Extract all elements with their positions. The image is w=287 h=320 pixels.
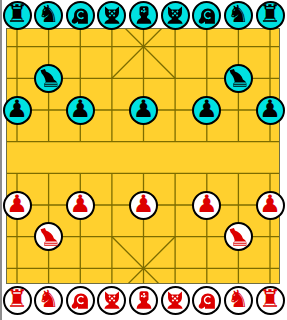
pawn-icon: ♟ <box>259 192 281 216</box>
piece-black-cannon[interactable] <box>224 64 253 93</box>
rook-icon: ♜ <box>259 2 281 26</box>
piece-black-rook[interactable]: ♜ <box>256 1 285 30</box>
pawn-icon: ♟ <box>69 192 91 216</box>
piece-red-rook[interactable]: ♜ <box>256 286 285 315</box>
pawn-icon: ♟ <box>133 192 155 216</box>
piece-black-knight[interactable]: ♞ <box>34 1 63 30</box>
piece-red-pawn[interactable]: ♟ <box>192 191 221 220</box>
rook-icon: ♜ <box>259 287 281 311</box>
king-icon <box>133 4 155 26</box>
piece-red-rook[interactable]: ♜ <box>3 286 32 315</box>
pawn-icon: ♟ <box>133 97 155 121</box>
advisor-icon <box>101 4 123 26</box>
knight-icon: ♞ <box>38 2 60 26</box>
piece-red-pawn[interactable]: ♟ <box>129 191 158 220</box>
pawn-icon: ♟ <box>259 97 281 121</box>
cannon-icon <box>227 226 249 248</box>
rook-icon: ♜ <box>6 287 28 311</box>
elephant-icon <box>196 4 218 26</box>
xiangqi-board-screen: ♜♞♞♜♟♟♟♟♟♟♟♟♟♟♜♞♞♜ <box>0 0 287 320</box>
pawn-icon: ♟ <box>6 192 28 216</box>
pawn-icon: ♟ <box>69 97 91 121</box>
piece-black-king[interactable] <box>129 1 158 30</box>
piece-black-pawn[interactable]: ♟ <box>66 96 95 125</box>
king-icon <box>133 289 155 311</box>
piece-black-pawn[interactable]: ♟ <box>129 96 158 125</box>
piece-black-elephant[interactable] <box>192 1 221 30</box>
piece-red-knight[interactable]: ♞ <box>224 286 253 315</box>
advisor-icon <box>164 4 186 26</box>
piece-red-knight[interactable]: ♞ <box>34 286 63 315</box>
piece-red-king[interactable] <box>129 286 158 315</box>
cannon-icon <box>38 226 60 248</box>
piece-red-cannon[interactable] <box>224 222 253 251</box>
piece-red-pawn[interactable]: ♟ <box>256 191 285 220</box>
rook-icon: ♜ <box>6 2 28 26</box>
pawn-icon: ♟ <box>196 97 218 121</box>
piece-black-pawn[interactable]: ♟ <box>3 96 32 125</box>
piece-red-elephant[interactable] <box>66 286 95 315</box>
advisor-icon <box>164 289 186 311</box>
elephant-icon <box>69 289 91 311</box>
piece-black-elephant[interactable] <box>66 1 95 30</box>
advisor-icon <box>101 289 123 311</box>
elephant-icon <box>69 4 91 26</box>
cannon-icon <box>38 67 60 89</box>
piece-red-elephant[interactable] <box>192 286 221 315</box>
piece-red-pawn[interactable]: ♟ <box>3 191 32 220</box>
piece-black-pawn[interactable]: ♟ <box>192 96 221 125</box>
piece-red-advisor[interactable] <box>161 286 190 315</box>
piece-black-knight[interactable]: ♞ <box>224 1 253 30</box>
knight-icon: ♞ <box>228 287 250 311</box>
cannon-icon <box>227 67 249 89</box>
knight-icon: ♞ <box>38 287 60 311</box>
pawn-icon: ♟ <box>6 97 28 121</box>
knight-icon: ♞ <box>228 2 250 26</box>
piece-black-advisor[interactable] <box>97 1 126 30</box>
elephant-icon <box>196 289 218 311</box>
piece-black-advisor[interactable] <box>161 1 190 30</box>
piece-red-pawn[interactable]: ♟ <box>66 191 95 220</box>
pieces-layer: ♜♞♞♜♟♟♟♟♟♟♟♟♟♟♜♞♞♜ <box>0 0 287 320</box>
piece-black-pawn[interactable]: ♟ <box>256 96 285 125</box>
piece-black-cannon[interactable] <box>34 64 63 93</box>
pawn-icon: ♟ <box>196 192 218 216</box>
piece-red-cannon[interactable] <box>34 222 63 251</box>
piece-black-rook[interactable]: ♜ <box>3 1 32 30</box>
piece-red-advisor[interactable] <box>97 286 126 315</box>
